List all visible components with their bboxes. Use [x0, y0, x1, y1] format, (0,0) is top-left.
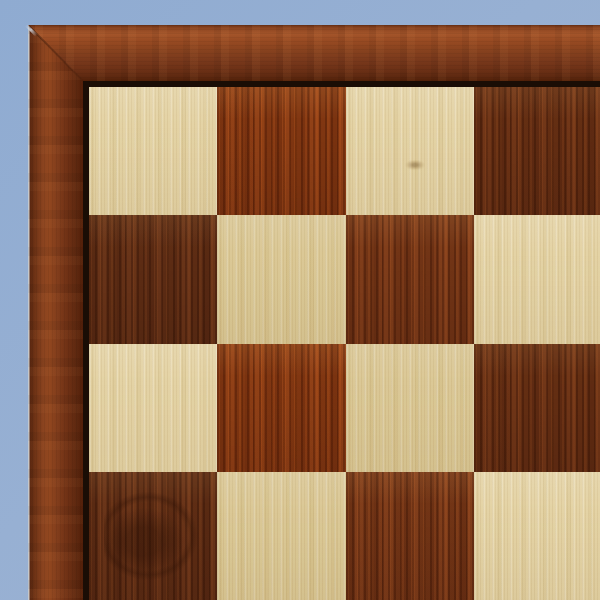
board-square [217, 344, 345, 472]
board-square [89, 215, 217, 343]
chess-board [28, 25, 600, 600]
photo-background [0, 0, 600, 600]
board-square [346, 215, 474, 343]
board-square [474, 215, 600, 343]
board-square [89, 344, 217, 472]
board-inlay-border [83, 81, 600, 600]
board-square [217, 472, 345, 600]
board-square [474, 344, 600, 472]
board-square [346, 87, 474, 215]
board-squares-grid [89, 87, 600, 600]
board-frame-left-rail [28, 25, 83, 600]
board-square [346, 344, 474, 472]
board-square [217, 215, 345, 343]
wood-knot [402, 158, 428, 172]
board-square [89, 87, 217, 215]
board-square [346, 472, 474, 600]
board-square [474, 472, 600, 600]
board-frame-top-rail [28, 25, 600, 81]
board-square [217, 87, 345, 215]
board-square [89, 472, 217, 600]
board-square [474, 87, 600, 215]
